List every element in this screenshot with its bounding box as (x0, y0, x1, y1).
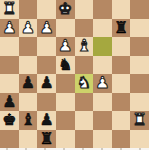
square-f2[interactable]: ♟ (37, 19, 56, 38)
square-d1[interactable] (75, 0, 94, 19)
square-g3[interactable] (19, 37, 38, 56)
square-a3[interactable] (130, 37, 149, 56)
square-h6[interactable]: ♟ (0, 93, 19, 112)
square-g6[interactable] (19, 93, 38, 112)
black-bishop-piece[interactable]: ♝ (21, 111, 35, 129)
square-e5[interactable] (56, 74, 75, 93)
square-f6[interactable] (37, 93, 56, 112)
white-king-piece[interactable]: ♚ (58, 0, 72, 18)
square-b2[interactable]: ♜ (112, 19, 131, 38)
black-rook-piece[interactable]: ♜ (114, 19, 128, 37)
square-e8[interactable] (56, 130, 75, 149)
square-a4[interactable] (130, 56, 149, 75)
square-b5[interactable] (112, 74, 131, 93)
square-b7[interactable] (112, 111, 131, 130)
square-d8[interactable] (75, 130, 94, 149)
square-d6[interactable] (75, 93, 94, 112)
square-b3[interactable] (112, 37, 131, 56)
white-pawn-piece[interactable]: ♟ (2, 19, 16, 37)
square-a6[interactable] (130, 93, 149, 112)
square-d4[interactable] (75, 56, 94, 75)
square-e6[interactable] (56, 93, 75, 112)
square-h7[interactable]: ♚ (0, 111, 19, 130)
square-h5[interactable] (0, 74, 19, 93)
square-c7[interactable] (93, 111, 112, 130)
black-pawn-piece[interactable]: ♟ (39, 74, 53, 92)
white-bishop-piece[interactable]: ♝ (77, 37, 91, 55)
square-d3[interactable]: ♝ (75, 37, 94, 56)
square-g2[interactable]: ♟ (19, 19, 38, 38)
white-pawn-piece[interactable]: ♟ (39, 19, 53, 37)
square-c8[interactable] (93, 130, 112, 149)
chess-board: ♜♚♟♟♟♜♟♝♞♟♟♞♟♟♚♝♟♜♜ (0, 0, 149, 148)
square-b4[interactable] (112, 56, 131, 75)
black-pawn-piece[interactable]: ♟ (21, 74, 35, 92)
square-f1[interactable] (37, 0, 56, 19)
square-b6[interactable] (112, 93, 131, 112)
black-pawn-piece[interactable]: ♟ (2, 93, 16, 111)
white-rook-piece[interactable]: ♜ (2, 0, 16, 18)
white-pawn-piece[interactable]: ♟ (95, 74, 109, 92)
square-h1[interactable]: ♜ (0, 0, 19, 19)
square-f7[interactable]: ♟ (37, 111, 56, 130)
black-pawn-piece[interactable]: ♟ (39, 111, 53, 129)
square-b1[interactable] (112, 0, 131, 19)
square-h3[interactable] (0, 37, 19, 56)
square-a5[interactable] (130, 74, 149, 93)
square-f8[interactable]: ♜ (37, 130, 56, 149)
square-e2[interactable] (56, 19, 75, 38)
white-knight-piece[interactable]: ♞ (77, 74, 91, 92)
square-b8[interactable] (112, 130, 131, 149)
square-c2[interactable] (93, 19, 112, 38)
square-c6[interactable] (93, 93, 112, 112)
square-e4[interactable]: ♞ (56, 56, 75, 75)
square-e3[interactable]: ♟ (56, 37, 75, 56)
white-pawn-piece[interactable]: ♟ (21, 19, 35, 37)
square-f4[interactable] (37, 56, 56, 75)
square-a2[interactable] (130, 19, 149, 38)
square-a8[interactable] (130, 130, 149, 149)
square-h4[interactable] (0, 56, 19, 75)
square-h8[interactable] (0, 130, 19, 149)
square-f3[interactable] (37, 37, 56, 56)
square-g7[interactable]: ♝ (19, 111, 38, 130)
square-d7[interactable] (75, 111, 94, 130)
board-bottom-edge-strip (0, 148, 149, 150)
square-d2[interactable] (75, 19, 94, 38)
square-c3[interactable] (93, 37, 112, 56)
square-e1[interactable]: ♚ (56, 0, 75, 19)
square-c5[interactable]: ♟ (93, 74, 112, 93)
square-a1[interactable] (130, 0, 149, 19)
black-king-piece[interactable]: ♚ (2, 111, 16, 129)
black-knight-piece[interactable]: ♞ (58, 56, 72, 74)
square-g1[interactable] (19, 0, 38, 19)
square-g4[interactable] (19, 56, 38, 75)
square-g5[interactable]: ♟ (19, 74, 38, 93)
square-c1[interactable] (93, 0, 112, 19)
square-c4[interactable] (93, 56, 112, 75)
square-a7[interactable]: ♜ (130, 111, 149, 130)
square-h2[interactable]: ♟ (0, 19, 19, 38)
chess-board-screenshot: ♜♚♟♟♟♜♟♝♞♟♟♞♟♟♚♝♟♜♜ (0, 0, 149, 150)
black-rook-piece[interactable]: ♜ (39, 130, 53, 148)
white-pawn-piece[interactable]: ♟ (58, 37, 72, 55)
square-d5[interactable]: ♞ (75, 74, 94, 93)
white-rook-piece[interactable]: ♜ (133, 111, 147, 129)
square-g8[interactable] (19, 130, 38, 149)
square-f5[interactable]: ♟ (37, 74, 56, 93)
square-e7[interactable] (56, 111, 75, 130)
